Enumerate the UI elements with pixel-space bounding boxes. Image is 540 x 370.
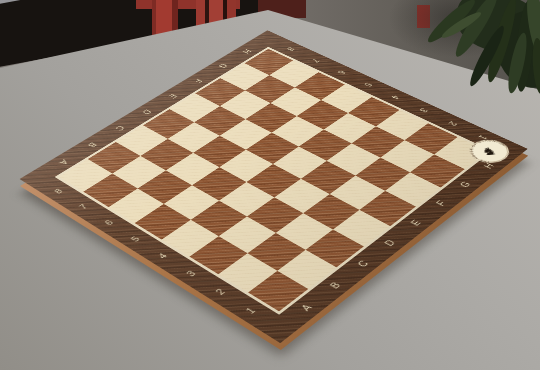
- photo-scene: ABCDEFGH ABCDEFGH 12345678 12345678 THE …: [0, 0, 540, 370]
- house-of-staunton-logo: THE HOUSE OF STAUNTON ♞: [467, 138, 513, 164]
- chessboard: ABCDEFGH ABCDEFGH 12345678 12345678 THE …: [81, 0, 465, 356]
- logo-knight-icon: ♞: [481, 146, 499, 158]
- board-field: [55, 47, 493, 315]
